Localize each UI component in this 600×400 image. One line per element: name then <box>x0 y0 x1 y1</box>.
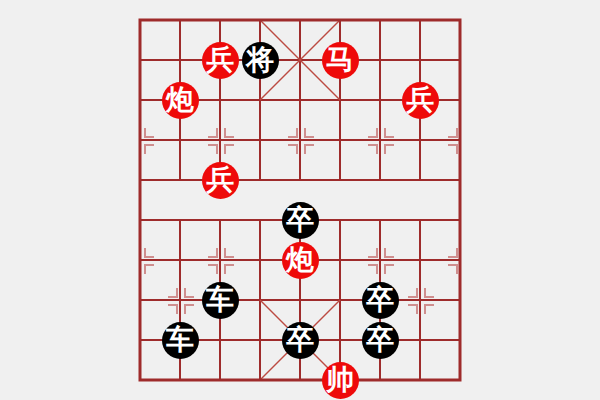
position-marker <box>360 240 400 280</box>
piece-glyph: 兵 <box>202 42 239 79</box>
piece-glyph: 马 <box>322 42 359 79</box>
piece-red-soldier[interactable]: 兵 <box>200 160 240 200</box>
piece-black-general[interactable]: 将 <box>240 40 280 80</box>
piece-red-cannon[interactable]: 炮 <box>280 240 320 280</box>
position-marker <box>160 280 200 320</box>
piece-black-chariot[interactable]: 车 <box>200 280 240 320</box>
piece-red-soldier[interactable]: 兵 <box>200 40 240 80</box>
app-background: 兵将马炮兵兵卒炮车卒车卒卒帅 <box>0 0 600 400</box>
piece-black-chariot[interactable]: 车 <box>160 320 200 360</box>
piece-glyph: 车 <box>162 322 199 359</box>
piece-glyph: 卒 <box>362 282 399 319</box>
position-marker <box>120 240 160 280</box>
position-marker <box>200 120 240 160</box>
piece-red-horse[interactable]: 马 <box>320 40 360 80</box>
piece-red-cannon[interactable]: 炮 <box>160 80 200 120</box>
piece-glyph: 卒 <box>282 322 319 359</box>
piece-glyph: 帅 <box>322 362 359 399</box>
position-marker <box>280 120 320 160</box>
piece-glyph: 兵 <box>402 82 439 119</box>
position-marker <box>200 240 240 280</box>
position-marker <box>120 120 160 160</box>
piece-black-soldier[interactable]: 卒 <box>280 200 320 240</box>
piece-red-soldier[interactable]: 兵 <box>400 80 440 120</box>
piece-black-soldier[interactable]: 卒 <box>360 320 400 360</box>
piece-black-soldier[interactable]: 卒 <box>280 320 320 360</box>
piece-glyph: 炮 <box>162 82 199 119</box>
position-marker <box>360 120 400 160</box>
piece-glyph: 将 <box>242 42 279 79</box>
xiangqi-board: 兵将马炮兵兵卒炮车卒车卒卒帅 <box>120 0 480 400</box>
piece-glyph: 炮 <box>282 242 319 279</box>
piece-red-general[interactable]: 帅 <box>320 360 360 400</box>
piece-glyph: 卒 <box>282 202 319 239</box>
position-marker <box>400 280 440 320</box>
piece-glyph: 卒 <box>362 322 399 359</box>
piece-glyph: 兵 <box>202 162 239 199</box>
piece-glyph: 车 <box>202 282 239 319</box>
position-marker <box>440 120 480 160</box>
piece-black-soldier[interactable]: 卒 <box>360 280 400 320</box>
position-marker <box>440 240 480 280</box>
